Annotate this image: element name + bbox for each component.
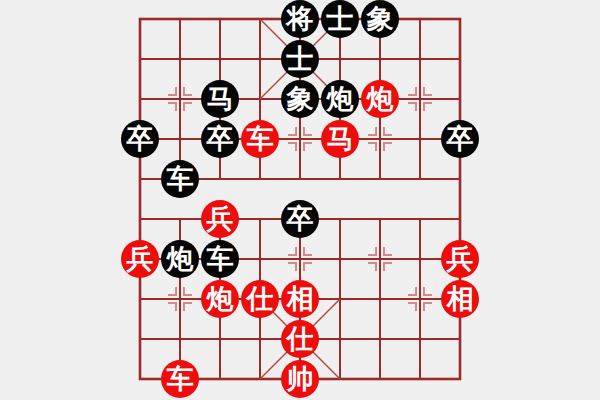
piece-black-chariot[interactable]: 车 — [161, 160, 199, 198]
piece-red-chariot[interactable]: 车 — [161, 360, 199, 398]
board-cell: 卒 — [280, 199, 320, 239]
piece-red-soldier[interactable]: 兵 — [201, 200, 239, 238]
board-cell: 炮 — [320, 79, 360, 119]
piece-black-soldier[interactable]: 卒 — [281, 200, 319, 238]
xiangqi-board[interactable]: 将士象士马象炮炮卒卒车马卒车兵卒兵炮车兵炮仕相相仕车帅 — [120, 0, 480, 399]
piece-black-cannon[interactable]: 炮 — [161, 240, 199, 278]
piece-black-soldier[interactable]: 卒 — [121, 120, 159, 158]
piece-black-soldier[interactable]: 卒 — [201, 120, 239, 158]
board-cell: 马 — [320, 119, 360, 159]
board-cell: 卒 — [120, 119, 160, 159]
piece-black-advisor[interactable]: 士 — [321, 0, 359, 38]
board-cell: 卒 — [440, 119, 480, 159]
board-cell: 兵 — [120, 239, 160, 279]
xiangqi-screenshot: 将士象士马象炮炮卒卒车马卒车兵卒兵炮车兵炮仕相相仕车帅 — [0, 0, 600, 400]
piece-black-horse[interactable]: 马 — [201, 80, 239, 118]
piece-black-elephant[interactable]: 象 — [361, 0, 399, 38]
piece-red-elephant[interactable]: 相 — [441, 280, 479, 318]
board-cell: 炮 — [160, 239, 200, 279]
piece-red-soldier[interactable]: 兵 — [441, 240, 479, 278]
board-cell: 马 — [200, 79, 240, 119]
board-cell: 兵 — [200, 199, 240, 239]
board-cell: 炮 — [200, 279, 240, 319]
piece-red-cannon[interactable]: 炮 — [361, 80, 399, 118]
board-cell: 车 — [160, 359, 200, 399]
piece-black-soldier[interactable]: 卒 — [441, 120, 479, 158]
piece-red-elephant[interactable]: 相 — [281, 280, 319, 318]
board-cell: 相 — [440, 279, 480, 319]
board-cell: 士 — [280, 39, 320, 79]
board-cell: 炮 — [360, 79, 400, 119]
board-cell: 仕 — [280, 319, 320, 359]
piece-red-horse[interactable]: 马 — [321, 120, 359, 158]
board-cell: 兵 — [440, 239, 480, 279]
piece-black-advisor[interactable]: 士 — [281, 40, 319, 78]
piece-red-general[interactable]: 帅 — [281, 360, 319, 398]
board-cell: 车 — [200, 239, 240, 279]
piece-black-general[interactable]: 将 — [281, 0, 319, 38]
piece-black-elephant[interactable]: 象 — [281, 80, 319, 118]
piece-red-advisor[interactable]: 仕 — [281, 320, 319, 358]
board-cell: 车 — [240, 119, 280, 159]
board-cell: 将 — [280, 0, 320, 39]
piece-black-cannon[interactable]: 炮 — [321, 80, 359, 118]
board-cell: 车 — [160, 159, 200, 199]
board-cell: 象 — [280, 79, 320, 119]
board-cell: 卒 — [200, 119, 240, 159]
piece-red-chariot[interactable]: 车 — [241, 120, 279, 158]
piece-red-cannon[interactable]: 炮 — [201, 280, 239, 318]
piece-red-soldier[interactable]: 兵 — [121, 240, 159, 278]
board-cell: 仕 — [240, 279, 280, 319]
board-cell: 象 — [360, 0, 400, 39]
piece-red-advisor[interactable]: 仕 — [241, 280, 279, 318]
board-cell: 士 — [320, 0, 360, 39]
piece-black-chariot[interactable]: 车 — [201, 240, 239, 278]
board-cell: 帅 — [280, 359, 320, 399]
board-cell: 相 — [280, 279, 320, 319]
